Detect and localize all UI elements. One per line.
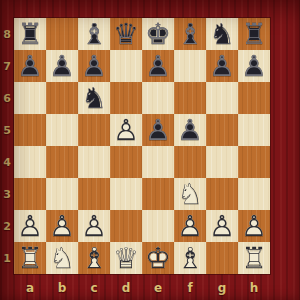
square-f2[interactable]: ♟♙ xyxy=(174,210,206,242)
square-e3[interactable] xyxy=(142,178,174,210)
square-a4[interactable] xyxy=(14,146,46,178)
square-c8[interactable]: ♝♗ xyxy=(78,18,110,50)
file-label-c: c xyxy=(78,276,110,300)
square-g5[interactable] xyxy=(206,114,238,146)
black-knight: ♞♘ xyxy=(206,18,238,50)
piece-outline-glyph: ♘ xyxy=(78,82,110,114)
piece-outline-glyph: ♖ xyxy=(238,242,270,274)
rank-label-8: 8 xyxy=(0,18,14,50)
square-a7[interactable]: ♟♙ xyxy=(14,50,46,82)
piece-outline-glyph: ♗ xyxy=(174,242,206,274)
white-pawn: ♟♙ xyxy=(174,210,206,242)
square-b7[interactable]: ♟♙ xyxy=(46,50,78,82)
piece-outline-glyph: ♙ xyxy=(206,210,238,242)
square-d3[interactable] xyxy=(110,178,142,210)
square-b4[interactable] xyxy=(46,146,78,178)
square-c7[interactable]: ♟♙ xyxy=(78,50,110,82)
square-d8[interactable]: ♛♕ xyxy=(110,18,142,50)
file-label-d: d xyxy=(110,276,142,300)
piece-outline-glyph: ♙ xyxy=(238,50,270,82)
square-f4[interactable] xyxy=(174,146,206,178)
square-g1[interactable] xyxy=(206,242,238,274)
piece-outline-glyph: ♗ xyxy=(174,18,206,50)
square-g3[interactable] xyxy=(206,178,238,210)
square-h1[interactable]: ♜♖ xyxy=(238,242,270,274)
white-pawn: ♟♙ xyxy=(110,114,142,146)
rank-label-6: 6 xyxy=(0,82,14,114)
black-pawn: ♟♙ xyxy=(46,50,78,82)
square-h3[interactable] xyxy=(238,178,270,210)
rank-label-5: 5 xyxy=(0,114,14,146)
chessboard: ♜♖♝♗♛♕♚♔♝♗♞♘♜♖♟♙♟♙♟♙♟♙♟♙♟♙♞♘♟♙♟♙♟♙♞♘♟♙♟♙… xyxy=(14,18,270,274)
file-label-h: h xyxy=(238,276,270,300)
square-f6[interactable] xyxy=(174,82,206,114)
square-f5[interactable]: ♟♙ xyxy=(174,114,206,146)
square-d7[interactable] xyxy=(110,50,142,82)
chessboard-frame: 87654321 ♜♖♝♗♛♕♚♔♝♗♞♘♜♖♟♙♟♙♟♙♟♙♟♙♟♙♞♘♟♙♟… xyxy=(0,0,300,300)
piece-outline-glyph: ♙ xyxy=(78,50,110,82)
black-bishop: ♝♗ xyxy=(174,18,206,50)
square-e2[interactable] xyxy=(142,210,174,242)
rank-label-3: 3 xyxy=(0,178,14,210)
square-e1[interactable]: ♚♔ xyxy=(142,242,174,274)
file-label-e: e xyxy=(142,276,174,300)
piece-outline-glyph: ♖ xyxy=(14,242,46,274)
square-c3[interactable] xyxy=(78,178,110,210)
square-a6[interactable] xyxy=(14,82,46,114)
white-pawn: ♟♙ xyxy=(46,210,78,242)
rank-label-4: 4 xyxy=(0,146,14,178)
piece-outline-glyph: ♙ xyxy=(142,114,174,146)
piece-outline-glyph: ♘ xyxy=(174,178,206,210)
square-f3[interactable]: ♞♘ xyxy=(174,178,206,210)
white-pawn: ♟♙ xyxy=(206,210,238,242)
file-label-g: g xyxy=(206,276,238,300)
piece-outline-glyph: ♗ xyxy=(78,18,110,50)
rank-label-7: 7 xyxy=(0,50,14,82)
square-g8[interactable]: ♞♘ xyxy=(206,18,238,50)
square-c2[interactable]: ♟♙ xyxy=(78,210,110,242)
piece-outline-glyph: ♙ xyxy=(206,50,238,82)
square-d1[interactable]: ♛♕ xyxy=(110,242,142,274)
square-b3[interactable] xyxy=(46,178,78,210)
piece-outline-glyph: ♔ xyxy=(142,242,174,274)
black-queen: ♛♕ xyxy=(110,18,142,50)
square-e7[interactable]: ♟♙ xyxy=(142,50,174,82)
piece-outline-glyph: ♖ xyxy=(238,18,270,50)
black-pawn: ♟♙ xyxy=(142,50,174,82)
piece-outline-glyph: ♙ xyxy=(78,210,110,242)
black-rook: ♜♖ xyxy=(238,18,270,50)
white-bishop: ♝♗ xyxy=(174,242,206,274)
piece-outline-glyph: ♙ xyxy=(174,114,206,146)
piece-outline-glyph: ♕ xyxy=(110,242,142,274)
square-a3[interactable] xyxy=(14,178,46,210)
piece-outline-glyph: ♘ xyxy=(206,18,238,50)
white-knight: ♞♘ xyxy=(174,178,206,210)
white-knight: ♞♘ xyxy=(46,242,78,274)
square-h5[interactable] xyxy=(238,114,270,146)
white-king: ♚♔ xyxy=(142,242,174,274)
square-b5[interactable] xyxy=(46,114,78,146)
square-e5[interactable]: ♟♙ xyxy=(142,114,174,146)
square-g4[interactable] xyxy=(206,146,238,178)
white-rook: ♜♖ xyxy=(238,242,270,274)
white-queen: ♛♕ xyxy=(110,242,142,274)
rank-labels: 87654321 xyxy=(0,18,14,274)
black-pawn: ♟♙ xyxy=(238,50,270,82)
square-a2[interactable]: ♟♙ xyxy=(14,210,46,242)
piece-outline-glyph: ♘ xyxy=(46,242,78,274)
square-a5[interactable] xyxy=(14,114,46,146)
square-d6[interactable] xyxy=(110,82,142,114)
piece-outline-glyph: ♙ xyxy=(14,210,46,242)
square-g7[interactable]: ♟♙ xyxy=(206,50,238,82)
square-c1[interactable]: ♝♗ xyxy=(78,242,110,274)
white-bishop: ♝♗ xyxy=(78,242,110,274)
rank-label-2: 2 xyxy=(0,210,14,242)
black-pawn: ♟♙ xyxy=(14,50,46,82)
file-labels: abcdefgh xyxy=(14,276,270,300)
square-e4[interactable] xyxy=(142,146,174,178)
file-label-a: a xyxy=(14,276,46,300)
square-g2[interactable]: ♟♙ xyxy=(206,210,238,242)
white-pawn: ♟♙ xyxy=(78,210,110,242)
square-d2[interactable] xyxy=(110,210,142,242)
file-label-f: f xyxy=(174,276,206,300)
black-pawn: ♟♙ xyxy=(174,114,206,146)
file-label-b: b xyxy=(46,276,78,300)
white-pawn: ♟♙ xyxy=(238,210,270,242)
black-pawn: ♟♙ xyxy=(78,50,110,82)
square-h7[interactable]: ♟♙ xyxy=(238,50,270,82)
piece-outline-glyph: ♔ xyxy=(142,18,174,50)
piece-outline-glyph: ♙ xyxy=(142,50,174,82)
square-b1[interactable]: ♞♘ xyxy=(46,242,78,274)
square-h2[interactable]: ♟♙ xyxy=(238,210,270,242)
black-rook: ♜♖ xyxy=(14,18,46,50)
square-b2[interactable]: ♟♙ xyxy=(46,210,78,242)
square-f1[interactable]: ♝♗ xyxy=(174,242,206,274)
white-rook: ♜♖ xyxy=(14,242,46,274)
piece-outline-glyph: ♖ xyxy=(14,18,46,50)
piece-outline-glyph: ♗ xyxy=(78,242,110,274)
square-e6[interactable] xyxy=(142,82,174,114)
black-pawn: ♟♙ xyxy=(142,114,174,146)
square-a8[interactable]: ♜♖ xyxy=(14,18,46,50)
square-f8[interactable]: ♝♗ xyxy=(174,18,206,50)
black-knight: ♞♘ xyxy=(78,82,110,114)
square-d4[interactable] xyxy=(110,146,142,178)
piece-outline-glyph: ♙ xyxy=(110,114,142,146)
black-pawn: ♟♙ xyxy=(206,50,238,82)
black-king: ♚♔ xyxy=(142,18,174,50)
square-b6[interactable] xyxy=(46,82,78,114)
piece-outline-glyph: ♙ xyxy=(46,50,78,82)
square-c6[interactable]: ♞♘ xyxy=(78,82,110,114)
square-d5[interactable]: ♟♙ xyxy=(110,114,142,146)
square-c4[interactable] xyxy=(78,146,110,178)
piece-outline-glyph: ♙ xyxy=(14,50,46,82)
square-b8[interactable] xyxy=(46,18,78,50)
square-h4[interactable] xyxy=(238,146,270,178)
square-e8[interactable]: ♚♔ xyxy=(142,18,174,50)
square-f7[interactable] xyxy=(174,50,206,82)
square-h8[interactable]: ♜♖ xyxy=(238,18,270,50)
piece-outline-glyph: ♙ xyxy=(46,210,78,242)
square-h6[interactable] xyxy=(238,82,270,114)
square-g6[interactable] xyxy=(206,82,238,114)
white-pawn: ♟♙ xyxy=(14,210,46,242)
piece-outline-glyph: ♙ xyxy=(238,210,270,242)
piece-outline-glyph: ♙ xyxy=(174,210,206,242)
piece-outline-glyph: ♕ xyxy=(110,18,142,50)
square-c5[interactable] xyxy=(78,114,110,146)
square-a1[interactable]: ♜♖ xyxy=(14,242,46,274)
black-bishop: ♝♗ xyxy=(78,18,110,50)
rank-label-1: 1 xyxy=(0,242,14,274)
